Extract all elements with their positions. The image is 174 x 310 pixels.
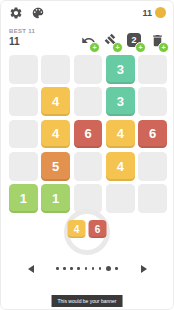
undo-button[interactable]: + (77, 29, 99, 51)
gear-icon (9, 6, 23, 20)
empty-cell-r4c1[interactable] (9, 152, 38, 181)
empty-cell-r4c5[interactable] (138, 152, 167, 181)
trash-plus-badge[interactable]: + (158, 42, 169, 53)
theme-button[interactable] (30, 5, 45, 20)
palette-icon (31, 6, 45, 20)
board-grid: 34346465411 (9, 55, 167, 213)
carousel-dot-8[interactable] (106, 266, 111, 271)
carousel-dot-5[interactable] (85, 267, 88, 270)
carousel-next-arrow[interactable] (141, 265, 147, 273)
coin-icon (155, 7, 166, 18)
empty-cell-r3c1[interactable] (9, 120, 38, 149)
carousel-dot-7[interactable] (99, 267, 102, 270)
empty-cell-r4c3[interactable] (74, 152, 103, 181)
next-pieces-area: 46 (1, 209, 173, 255)
game-screen: 11 BEST 11 11 + + 2 + + 34346465411 46 (0, 0, 174, 310)
tile-6-r3c3[interactable]: 6 (74, 120, 103, 149)
carousel-dot-4[interactable] (77, 267, 80, 270)
empty-cell-r2c1[interactable] (9, 87, 38, 116)
booster-toolbar: + + 2 + + (77, 29, 168, 51)
empty-cell-r2c5[interactable] (138, 87, 167, 116)
tile-4-r3c4[interactable]: 4 (106, 120, 135, 149)
top-left-buttons (8, 5, 45, 20)
tile-4-r2c2[interactable]: 4 (41, 87, 70, 116)
settings-button[interactable] (8, 5, 23, 20)
score-block: BEST 11 11 (9, 28, 35, 47)
booster-2-plus-badge[interactable]: + (135, 42, 146, 53)
current-score: 11 (9, 36, 35, 47)
level-carousel (1, 263, 173, 275)
empty-cell-r1c1[interactable] (9, 55, 38, 84)
carousel-dot-9[interactable] (115, 267, 118, 270)
booster-2-button[interactable]: 2 + (123, 29, 145, 51)
top-bar: 11 (8, 5, 166, 20)
best-score-label: BEST 11 (9, 28, 35, 34)
carousel-dot-1[interactable] (56, 267, 59, 270)
hammer-plus-badge[interactable]: + (112, 42, 123, 53)
next-pieces[interactable]: 46 (68, 220, 107, 238)
carousel-dot-6[interactable] (92, 267, 95, 270)
empty-cell-r1c5[interactable] (138, 55, 167, 84)
hammer-button[interactable]: + (100, 29, 122, 51)
carousel-dot-2[interactable] (63, 267, 66, 270)
tile-3-r1c4[interactable]: 3 (106, 55, 135, 84)
carousel-dots (1, 263, 173, 274)
tile-5-r4c2[interactable]: 5 (41, 152, 70, 181)
trash-button[interactable]: + (146, 29, 168, 51)
carousel-dot-3[interactable] (70, 267, 73, 270)
coin-counter: 11 (142, 7, 166, 18)
next-tile-4[interactable]: 4 (68, 220, 86, 238)
empty-cell-r2c3[interactable] (74, 87, 103, 116)
empty-cell-r1c3[interactable] (74, 55, 103, 84)
undo-plus-badge[interactable]: + (89, 42, 100, 53)
ad-banner[interactable]: This would be your banner (52, 295, 123, 307)
tile-3-r2c4[interactable]: 3 (106, 87, 135, 116)
next-pieces-ring: 46 (64, 209, 110, 255)
empty-cell-r1c2[interactable] (41, 55, 70, 84)
coin-count: 11 (142, 8, 152, 18)
tile-4-r3c2[interactable]: 4 (41, 120, 70, 149)
tile-6-r3c5[interactable]: 6 (138, 120, 167, 149)
tile-4-r4c4[interactable]: 4 (106, 152, 135, 181)
next-tile-6[interactable]: 6 (89, 220, 107, 238)
